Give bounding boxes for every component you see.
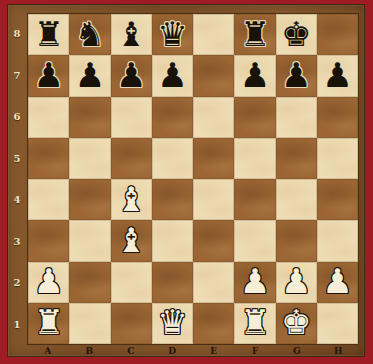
square-g8[interactable]: ♚	[276, 14, 317, 55]
file-label-e: E	[193, 346, 235, 356]
piece-white-king[interactable]: ♚	[281, 305, 311, 339]
piece-white-queen[interactable]: ♛	[157, 305, 187, 339]
piece-black-pawn[interactable]: ♟	[240, 58, 270, 92]
square-e1[interactable]	[193, 303, 234, 344]
square-h1[interactable]	[317, 303, 358, 344]
square-d1[interactable]: ♛	[152, 303, 193, 344]
piece-white-pawn[interactable]: ♟	[281, 264, 311, 298]
piece-white-rook[interactable]: ♜	[33, 305, 63, 339]
file-labels: ABCDEFGH	[27, 345, 359, 357]
square-b2[interactable]	[69, 262, 110, 303]
square-a5[interactable]	[28, 138, 69, 179]
square-a2[interactable]: ♟	[28, 262, 69, 303]
square-d5[interactable]	[152, 138, 193, 179]
square-e3[interactable]	[193, 220, 234, 261]
rank-label-5: 5	[8, 138, 26, 180]
square-b5[interactable]	[69, 138, 110, 179]
square-d8[interactable]: ♛	[152, 14, 193, 55]
piece-black-pawn[interactable]: ♟	[75, 58, 105, 92]
square-f1[interactable]: ♜	[234, 303, 275, 344]
piece-black-pawn[interactable]: ♟	[33, 58, 63, 92]
square-e2[interactable]	[193, 262, 234, 303]
rank-label-1: 1	[8, 304, 26, 346]
square-f8[interactable]: ♜	[234, 14, 275, 55]
rank-label-6: 6	[8, 96, 26, 138]
square-a3[interactable]	[28, 220, 69, 261]
file-label-h: H	[318, 346, 360, 356]
square-h2[interactable]: ♟	[317, 262, 358, 303]
piece-black-pawn[interactable]: ♟	[116, 58, 146, 92]
square-g2[interactable]: ♟	[276, 262, 317, 303]
square-c4[interactable]: ♝	[111, 179, 152, 220]
square-c7[interactable]: ♟	[111, 55, 152, 96]
piece-black-king[interactable]: ♚	[281, 17, 311, 51]
square-g4[interactable]	[276, 179, 317, 220]
square-d4[interactable]	[152, 179, 193, 220]
square-g6[interactable]	[276, 97, 317, 138]
file-label-g: G	[276, 346, 318, 356]
rank-label-4: 4	[8, 179, 26, 221]
square-h3[interactable]	[317, 220, 358, 261]
file-label-a: A	[27, 346, 69, 356]
square-a6[interactable]	[28, 97, 69, 138]
square-h5[interactable]	[317, 138, 358, 179]
square-h6[interactable]	[317, 97, 358, 138]
square-h7[interactable]: ♟	[317, 55, 358, 96]
square-c2[interactable]	[111, 262, 152, 303]
square-a8[interactable]: ♜	[28, 14, 69, 55]
square-c6[interactable]	[111, 97, 152, 138]
piece-white-pawn[interactable]: ♟	[322, 264, 352, 298]
square-b6[interactable]	[69, 97, 110, 138]
piece-black-pawn[interactable]: ♟	[322, 58, 352, 92]
square-f5[interactable]	[234, 138, 275, 179]
square-d7[interactable]: ♟	[152, 55, 193, 96]
square-d6[interactable]	[152, 97, 193, 138]
piece-black-pawn[interactable]: ♟	[157, 58, 187, 92]
square-f6[interactable]	[234, 97, 275, 138]
square-h4[interactable]	[317, 179, 358, 220]
piece-black-knight[interactable]: ♞	[75, 17, 105, 51]
chess-board[interactable]: ♜♞♝♛♜♚♟♟♟♟♟♟♟♝♝♟♟♟♟♜♛♜♚	[27, 13, 359, 345]
square-e5[interactable]	[193, 138, 234, 179]
square-b8[interactable]: ♞	[69, 14, 110, 55]
piece-white-bishop[interactable]: ♝	[116, 182, 146, 216]
piece-white-pawn[interactable]: ♟	[240, 264, 270, 298]
square-d3[interactable]	[152, 220, 193, 261]
square-c3[interactable]: ♝	[111, 220, 152, 261]
piece-black-bishop[interactable]: ♝	[116, 17, 146, 51]
file-label-d: D	[152, 346, 194, 356]
piece-white-bishop[interactable]: ♝	[116, 223, 146, 257]
file-label-f: F	[235, 346, 277, 356]
square-b4[interactable]	[69, 179, 110, 220]
square-f7[interactable]: ♟	[234, 55, 275, 96]
square-f3[interactable]	[234, 220, 275, 261]
square-e6[interactable]	[193, 97, 234, 138]
square-a7[interactable]: ♟	[28, 55, 69, 96]
chess-app: 87654321 ♜♞♝♛♜♚♟♟♟♟♟♟♟♝♝♟♟♟♟♜♛♜♚ ABCDEFG…	[0, 0, 373, 364]
square-c5[interactable]	[111, 138, 152, 179]
rank-label-8: 8	[8, 13, 26, 55]
square-a4[interactable]	[28, 179, 69, 220]
piece-black-queen[interactable]: ♛	[157, 17, 187, 51]
square-b1[interactable]	[69, 303, 110, 344]
square-d2[interactable]	[152, 262, 193, 303]
file-label-b: B	[69, 346, 111, 356]
square-b7[interactable]: ♟	[69, 55, 110, 96]
rank-label-7: 7	[8, 55, 26, 97]
piece-black-pawn[interactable]: ♟	[281, 58, 311, 92]
rank-label-2: 2	[8, 262, 26, 304]
square-c8[interactable]: ♝	[111, 14, 152, 55]
square-e4[interactable]	[193, 179, 234, 220]
square-f4[interactable]	[234, 179, 275, 220]
piece-black-rook[interactable]: ♜	[240, 17, 270, 51]
square-g5[interactable]	[276, 138, 317, 179]
rank-labels: 87654321	[8, 13, 26, 345]
piece-white-rook[interactable]: ♜	[240, 305, 270, 339]
file-label-c: C	[110, 346, 152, 356]
square-g3[interactable]	[276, 220, 317, 261]
square-g1[interactable]: ♚	[276, 303, 317, 344]
square-a1[interactable]: ♜	[28, 303, 69, 344]
piece-white-pawn[interactable]: ♟	[33, 264, 63, 298]
square-e8[interactable]	[193, 14, 234, 55]
square-e7[interactable]	[193, 55, 234, 96]
square-g7[interactable]: ♟	[276, 55, 317, 96]
square-f2[interactable]: ♟	[234, 262, 275, 303]
piece-black-rook[interactable]: ♜	[33, 17, 63, 51]
rank-label-3: 3	[8, 221, 26, 263]
square-b3[interactable]	[69, 220, 110, 261]
square-c1[interactable]	[111, 303, 152, 344]
square-h8[interactable]	[317, 14, 358, 55]
